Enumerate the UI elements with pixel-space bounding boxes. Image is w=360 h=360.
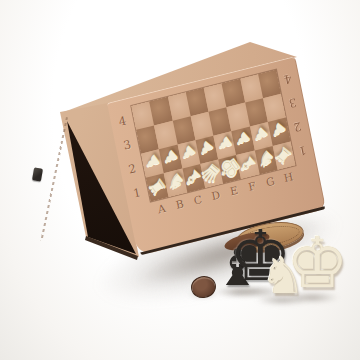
clasp-latch <box>32 167 43 181</box>
white-P-lying-d2: ♟ <box>196 137 218 159</box>
white-R-lying-h1: ♜ <box>272 143 296 168</box>
white-king: ♚ <box>286 228 342 298</box>
stitching-line <box>40 117 68 241</box>
white-P-lying-h2: ♟ <box>268 119 290 141</box>
chess-set-product-photo: ABCDEFGH 4321 4321 ♟♟♟♟♟♟♟♟♜♞♝♛♚♝♞♜ ♝ ♚ … <box>0 0 360 360</box>
